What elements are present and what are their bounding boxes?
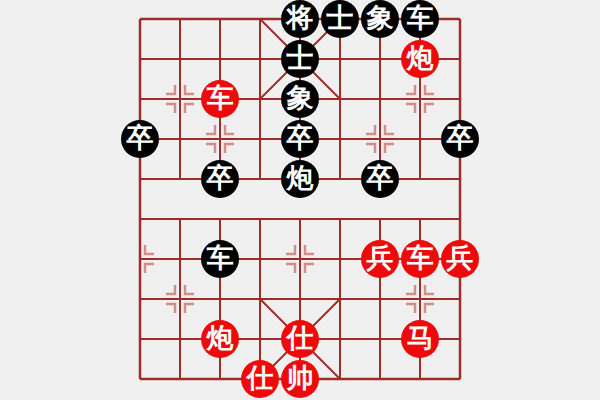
- piece-disc: 帅: [281, 360, 319, 398]
- piece-glyph: 象: [287, 85, 314, 112]
- piece-glyph: 兵: [447, 245, 474, 272]
- piece-black-soldier[interactable]: 卒: [280, 119, 320, 159]
- piece-disc: 卒: [361, 160, 399, 198]
- piece-glyph: 炮: [287, 165, 314, 192]
- piece-glyph: 车: [207, 245, 234, 272]
- piece-disc: 卒: [441, 120, 479, 158]
- piece-disc: 车: [201, 240, 239, 278]
- piece-disc: 卒: [281, 120, 319, 158]
- piece-disc: 炮: [401, 40, 439, 78]
- piece-disc: 象: [281, 80, 319, 118]
- piece-disc: 马: [401, 320, 439, 358]
- pieces-layer: 将士象车士炮车象卒卒卒卒炮卒车兵车兵炮仕马仕帅: [120, 0, 480, 399]
- piece-disc: 士: [321, 0, 359, 38]
- piece-red-advisor[interactable]: 仕: [280, 319, 320, 359]
- piece-black-cannon[interactable]: 炮: [280, 159, 320, 199]
- piece-glyph: 将: [287, 5, 314, 32]
- piece-red-horse[interactable]: 马: [400, 319, 440, 359]
- piece-glyph: 卒: [367, 165, 394, 192]
- piece-disc: 士: [281, 40, 319, 78]
- piece-red-soldier[interactable]: 兵: [440, 239, 480, 279]
- piece-disc: 车: [401, 240, 439, 278]
- piece-red-soldier[interactable]: 兵: [360, 239, 400, 279]
- piece-black-soldier[interactable]: 卒: [440, 119, 480, 159]
- piece-glyph: 士: [287, 45, 314, 72]
- piece-glyph: 卒: [127, 125, 154, 152]
- piece-glyph: 仕: [247, 365, 274, 392]
- piece-disc: 兵: [441, 240, 479, 278]
- piece-red-cannon[interactable]: 炮: [400, 39, 440, 79]
- piece-black-advisor[interactable]: 士: [280, 39, 320, 79]
- piece-glyph: 车: [407, 245, 434, 272]
- piece-glyph: 兵: [367, 245, 394, 272]
- piece-glyph: 卒: [207, 165, 234, 192]
- piece-disc: 车: [401, 0, 439, 38]
- piece-glyph: 象: [367, 5, 394, 32]
- piece-disc: 将: [281, 0, 319, 38]
- piece-disc: 卒: [121, 120, 159, 158]
- piece-disc: 卒: [201, 160, 239, 198]
- piece-disc: 兵: [361, 240, 399, 278]
- piece-red-advisor[interactable]: 仕: [240, 359, 280, 399]
- piece-glyph: 卒: [447, 125, 474, 152]
- piece-glyph: 车: [407, 5, 434, 32]
- piece-disc: 仕: [241, 360, 279, 398]
- piece-disc: 炮: [201, 320, 239, 358]
- piece-black-soldier[interactable]: 卒: [200, 159, 240, 199]
- piece-black-general[interactable]: 将: [280, 0, 320, 39]
- piece-disc: 车: [201, 80, 239, 118]
- piece-glyph: 帅: [287, 365, 314, 392]
- piece-glyph: 炮: [407, 45, 434, 72]
- piece-glyph: 炮: [207, 325, 234, 352]
- piece-black-elephant[interactable]: 象: [360, 0, 400, 39]
- piece-black-advisor[interactable]: 士: [320, 0, 360, 39]
- piece-disc: 象: [361, 0, 399, 38]
- piece-glyph: 仕: [287, 325, 314, 352]
- piece-red-general[interactable]: 帅: [280, 359, 320, 399]
- piece-disc: 炮: [281, 160, 319, 198]
- piece-red-chariot[interactable]: 车: [200, 79, 240, 119]
- piece-black-elephant[interactable]: 象: [280, 79, 320, 119]
- piece-black-chariot[interactable]: 车: [200, 239, 240, 279]
- xiangqi-position-screenshot: 将士象车士炮车象卒卒卒卒炮卒车兵车兵炮仕马仕帅: [0, 0, 600, 400]
- piece-glyph: 车: [207, 85, 234, 112]
- piece-red-cannon[interactable]: 炮: [200, 319, 240, 359]
- piece-disc: 仕: [281, 320, 319, 358]
- piece-glyph: 马: [407, 325, 434, 352]
- piece-glyph: 卒: [287, 125, 314, 152]
- piece-red-chariot[interactable]: 车: [400, 239, 440, 279]
- piece-black-soldier[interactable]: 卒: [120, 119, 160, 159]
- piece-black-chariot[interactable]: 车: [400, 0, 440, 39]
- piece-glyph: 士: [327, 5, 354, 32]
- piece-black-soldier[interactable]: 卒: [360, 159, 400, 199]
